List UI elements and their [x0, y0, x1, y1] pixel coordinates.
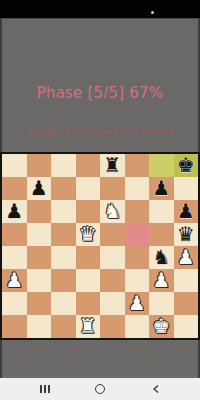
square-a2[interactable] [2, 292, 27, 315]
square-g3[interactable]: ♟ [149, 269, 174, 292]
square-c3[interactable] [51, 269, 76, 292]
square-a5[interactable] [2, 223, 27, 246]
square-g2[interactable] [149, 292, 174, 315]
square-f5[interactable] [125, 223, 150, 246]
square-d8[interactable] [76, 154, 101, 177]
square-e4[interactable] [100, 246, 125, 269]
status-bar [0, 0, 200, 18]
piece-black-rook: ♜ [103, 154, 121, 177]
square-a4[interactable] [2, 246, 27, 269]
square-e6[interactable]: ♞ [100, 200, 125, 223]
square-b1[interactable] [27, 315, 52, 338]
engine-net-label: DeepNets: dnes.lichessorg_ses_1_extended [0, 128, 200, 136]
piece-black-pawn: ♟ [30, 177, 48, 200]
square-d3[interactable] [76, 269, 101, 292]
square-f7[interactable] [125, 177, 150, 200]
square-b2[interactable] [27, 292, 52, 315]
square-e8[interactable]: ♜ [100, 154, 125, 177]
chess-board-frame: ♜♚♟♟♟♞♟♛♛♞♟♟♟♟♜♚ [0, 152, 200, 340]
piece-black-pawn: ♟ [152, 177, 170, 200]
square-a6[interactable]: ♟ [2, 200, 27, 223]
square-f3[interactable] [125, 269, 150, 292]
square-d4[interactable] [76, 246, 101, 269]
square-e5[interactable] [100, 223, 125, 246]
square-b5[interactable] [27, 223, 52, 246]
piece-black-knight: ♞ [152, 246, 170, 269]
square-g5[interactable] [149, 223, 174, 246]
square-h2[interactable] [174, 292, 199, 315]
piece-black-pawn: ♟ [5, 200, 23, 223]
square-a3[interactable]: ♟ [2, 269, 27, 292]
piece-white-pawn: ♟ [5, 269, 23, 292]
square-c5[interactable] [51, 223, 76, 246]
piece-black-pawn: ♟ [177, 200, 195, 223]
square-a7[interactable] [2, 177, 27, 200]
camera-hole-dot [151, 11, 154, 14]
square-g8[interactable] [149, 154, 174, 177]
square-b6[interactable] [27, 200, 52, 223]
piece-white-king: ♚ [152, 315, 170, 338]
back-icon[interactable] [152, 385, 160, 393]
square-e1[interactable] [100, 315, 125, 338]
piece-black-king: ♚ [177, 154, 195, 177]
square-b8[interactable] [27, 154, 52, 177]
piece-black-queen: ♛ [177, 223, 195, 246]
home-icon[interactable] [95, 384, 105, 394]
chess-board[interactable]: ♜♚♟♟♟♞♟♛♛♞♟♟♟♟♜♚ [2, 154, 198, 338]
square-a1[interactable] [2, 315, 27, 338]
square-f6[interactable] [125, 200, 150, 223]
square-f8[interactable] [125, 154, 150, 177]
phase-progress-label: Phase [5/5] 67% [0, 84, 200, 102]
square-c8[interactable] [51, 154, 76, 177]
square-h6[interactable]: ♟ [174, 200, 199, 223]
app-background: Phase [5/5] 67% DeepNets: dnes.lichessor… [0, 18, 200, 378]
square-c7[interactable] [51, 177, 76, 200]
square-d6[interactable] [76, 200, 101, 223]
square-d2[interactable] [76, 292, 101, 315]
piece-white-pawn: ♟ [128, 292, 146, 315]
square-d7[interactable] [76, 177, 101, 200]
square-b3[interactable] [27, 269, 52, 292]
square-h5[interactable]: ♛ [174, 223, 199, 246]
square-c1[interactable] [51, 315, 76, 338]
square-h3[interactable] [174, 269, 199, 292]
android-nav-bar [0, 378, 200, 400]
square-b4[interactable] [27, 246, 52, 269]
piece-white-knight: ♞ [103, 200, 121, 223]
piece-white-rook: ♜ [79, 315, 97, 338]
square-g6[interactable] [149, 200, 174, 223]
square-c2[interactable] [51, 292, 76, 315]
piece-white-queen: ♛ [79, 223, 97, 246]
square-a8[interactable] [2, 154, 27, 177]
square-g1[interactable]: ♚ [149, 315, 174, 338]
piece-white-pawn: ♟ [152, 269, 170, 292]
square-d1[interactable]: ♜ [76, 315, 101, 338]
square-d5[interactable]: ♛ [76, 223, 101, 246]
square-h8[interactable]: ♚ [174, 154, 199, 177]
square-c4[interactable] [51, 246, 76, 269]
square-f1[interactable] [125, 315, 150, 338]
square-b7[interactable]: ♟ [27, 177, 52, 200]
recents-icon[interactable] [40, 385, 50, 393]
square-h7[interactable] [174, 177, 199, 200]
square-h1[interactable] [174, 315, 199, 338]
square-e7[interactable] [100, 177, 125, 200]
square-f4[interactable] [125, 246, 150, 269]
square-c6[interactable] [51, 200, 76, 223]
square-e2[interactable] [100, 292, 125, 315]
square-f2[interactable]: ♟ [125, 292, 150, 315]
piece-white-pawn: ♟ [177, 246, 195, 269]
square-e3[interactable] [100, 269, 125, 292]
square-h4[interactable]: ♟ [174, 246, 199, 269]
square-g4[interactable]: ♞ [149, 246, 174, 269]
phone-screen: Phase [5/5] 67% DeepNets: dnes.lichessor… [0, 0, 200, 400]
square-g7[interactable]: ♟ [149, 177, 174, 200]
